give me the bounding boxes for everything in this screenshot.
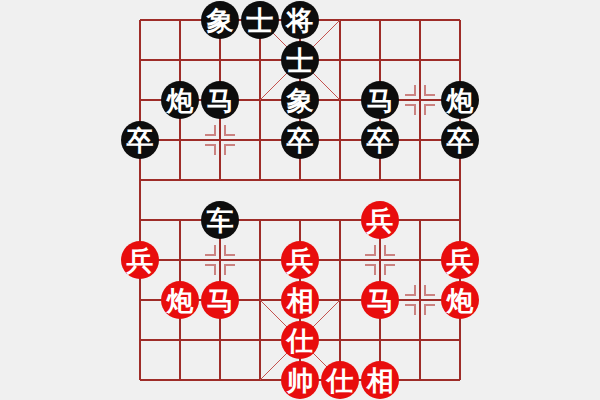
point-c1[interactable]	[200, 40, 240, 80]
piece-red-elephant[interactable]: 相	[361, 361, 399, 399]
point-a6[interactable]: 兵	[120, 240, 160, 280]
point-h8[interactable]	[400, 320, 440, 360]
point-g1[interactable]	[360, 40, 400, 80]
point-h9[interactable]	[400, 360, 440, 400]
point-d8[interactable]	[240, 320, 280, 360]
point-e0[interactable]: 将	[280, 0, 320, 40]
point-i7[interactable]: 炮	[440, 280, 480, 320]
piece-red-elephant[interactable]: 相	[281, 281, 319, 319]
point-f9[interactable]: 仕	[320, 360, 360, 400]
point-e5[interactable]	[280, 200, 320, 240]
piece-red-soldier[interactable]: 兵	[281, 241, 319, 279]
point-c5[interactable]: 车	[200, 200, 240, 240]
point-g8[interactable]	[360, 320, 400, 360]
point-g7[interactable]: 马	[360, 280, 400, 320]
point-a8[interactable]	[120, 320, 160, 360]
point-e2[interactable]: 象	[280, 80, 320, 120]
point-b5[interactable]	[160, 200, 200, 240]
point-d0[interactable]: 士	[240, 0, 280, 40]
point-e4[interactable]	[280, 160, 320, 200]
point-e6[interactable]: 兵	[280, 240, 320, 280]
point-b6[interactable]	[160, 240, 200, 280]
point-b4[interactable]	[160, 160, 200, 200]
point-g6[interactable]	[360, 240, 400, 280]
point-f0[interactable]	[320, 0, 360, 40]
point-b7[interactable]: 炮	[160, 280, 200, 320]
point-a7[interactable]	[120, 280, 160, 320]
point-g0[interactable]	[360, 0, 400, 40]
point-c6[interactable]	[200, 240, 240, 280]
board-grid: 象士将士炮马象马炮卒卒卒卒车兵兵兵兵炮马相马炮仕帅仕相	[120, 0, 480, 400]
point-d2[interactable]	[240, 80, 280, 120]
point-i2[interactable]: 炮	[440, 80, 480, 120]
point-e3[interactable]: 卒	[280, 120, 320, 160]
piece-red-horse[interactable]: 马	[201, 281, 239, 319]
point-d1[interactable]	[240, 40, 280, 80]
point-b3[interactable]	[160, 120, 200, 160]
point-f7[interactable]	[320, 280, 360, 320]
piece-red-soldier[interactable]: 兵	[361, 201, 399, 239]
point-b2[interactable]: 炮	[160, 80, 200, 120]
piece-black-advisor[interactable]: 士	[281, 41, 319, 79]
point-d4[interactable]	[240, 160, 280, 200]
point-i9[interactable]	[440, 360, 480, 400]
point-f3[interactable]	[320, 120, 360, 160]
point-f6[interactable]	[320, 240, 360, 280]
point-e7[interactable]: 相	[280, 280, 320, 320]
point-e8[interactable]: 仕	[280, 320, 320, 360]
point-a5[interactable]	[120, 200, 160, 240]
point-f5[interactable]	[320, 200, 360, 240]
piece-black-cannon[interactable]: 炮	[441, 81, 479, 119]
point-f8[interactable]	[320, 320, 360, 360]
piece-red-horse[interactable]: 马	[361, 281, 399, 319]
point-d5[interactable]	[240, 200, 280, 240]
piece-black-elephant[interactable]: 象	[201, 1, 239, 39]
point-h0[interactable]	[400, 0, 440, 40]
piece-black-general[interactable]: 将	[281, 1, 319, 39]
piece-red-advisor[interactable]: 仕	[281, 321, 319, 359]
point-d3[interactable]	[240, 120, 280, 160]
point-h3[interactable]	[400, 120, 440, 160]
point-c7[interactable]: 马	[200, 280, 240, 320]
point-a1[interactable]	[120, 40, 160, 80]
point-i6[interactable]: 兵	[440, 240, 480, 280]
piece-red-soldier[interactable]: 兵	[441, 241, 479, 279]
point-h4[interactable]	[400, 160, 440, 200]
point-a2[interactable]	[120, 80, 160, 120]
point-g2[interactable]: 马	[360, 80, 400, 120]
piece-black-soldier[interactable]: 卒	[121, 121, 159, 159]
point-i8[interactable]	[440, 320, 480, 360]
point-i0[interactable]	[440, 0, 480, 40]
point-e1[interactable]: 士	[280, 40, 320, 80]
point-c2[interactable]: 马	[200, 80, 240, 120]
piece-red-cannon[interactable]: 炮	[161, 281, 199, 319]
point-c8[interactable]	[200, 320, 240, 360]
point-c0[interactable]: 象	[200, 0, 240, 40]
point-h5[interactable]	[400, 200, 440, 240]
piece-black-soldier[interactable]: 卒	[281, 121, 319, 159]
point-g4[interactable]	[360, 160, 400, 200]
point-b8[interactable]	[160, 320, 200, 360]
point-d7[interactable]	[240, 280, 280, 320]
point-f1[interactable]	[320, 40, 360, 80]
piece-red-soldier[interactable]: 兵	[121, 241, 159, 279]
piece-black-horse[interactable]: 马	[361, 81, 399, 119]
point-a0[interactable]	[120, 0, 160, 40]
piece-black-chariot[interactable]: 车	[201, 201, 239, 239]
point-h2[interactable]	[400, 80, 440, 120]
piece-red-general[interactable]: 帅	[281, 361, 319, 399]
piece-black-advisor[interactable]: 士	[241, 1, 279, 39]
point-e9[interactable]: 帅	[280, 360, 320, 400]
point-b9[interactable]	[160, 360, 200, 400]
point-a4[interactable]	[120, 160, 160, 200]
point-i5[interactable]	[440, 200, 480, 240]
piece-black-cannon[interactable]: 炮	[161, 81, 199, 119]
piece-black-horse[interactable]: 马	[201, 81, 239, 119]
point-i3[interactable]: 卒	[440, 120, 480, 160]
point-h6[interactable]	[400, 240, 440, 280]
point-c3[interactable]	[200, 120, 240, 160]
point-b0[interactable]	[160, 0, 200, 40]
point-i1[interactable]	[440, 40, 480, 80]
piece-black-elephant[interactable]: 象	[281, 81, 319, 119]
point-d9[interactable]	[240, 360, 280, 400]
point-a3[interactable]: 卒	[120, 120, 160, 160]
point-g9[interactable]: 相	[360, 360, 400, 400]
point-h7[interactable]	[400, 280, 440, 320]
piece-black-soldier[interactable]: 卒	[361, 121, 399, 159]
point-g5[interactable]: 兵	[360, 200, 400, 240]
point-i4[interactable]	[440, 160, 480, 200]
piece-red-advisor[interactable]: 仕	[321, 361, 359, 399]
point-a9[interactable]	[120, 360, 160, 400]
piece-red-cannon[interactable]: 炮	[441, 281, 479, 319]
point-c9[interactable]	[200, 360, 240, 400]
point-g3[interactable]: 卒	[360, 120, 400, 160]
piece-black-soldier[interactable]: 卒	[441, 121, 479, 159]
xiangqi-board: 象士将士炮马象马炮卒卒卒卒车兵兵兵兵炮马相马炮仕帅仕相	[0, 0, 600, 400]
point-b1[interactable]	[160, 40, 200, 80]
point-f2[interactable]	[320, 80, 360, 120]
point-h1[interactable]	[400, 40, 440, 80]
point-f4[interactable]	[320, 160, 360, 200]
point-d6[interactable]	[240, 240, 280, 280]
point-c4[interactable]	[200, 160, 240, 200]
